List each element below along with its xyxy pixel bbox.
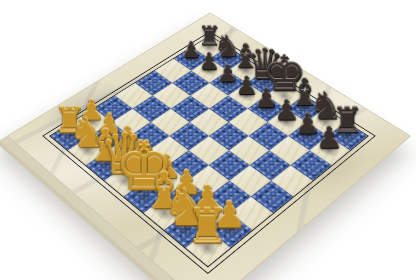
piece-gold-rook[interactable]: ♜ — [186, 203, 229, 250]
square-d5[interactable] — [190, 109, 229, 136]
chess-board: ♜♞♝♛♚♝♞♜♟♟♟♟♟♟♟♟♟♟♟♟♟♟♟♟♜♞♝♛♚♝♞♜ — [7, 12, 411, 280]
square-e5[interactable] — [209, 122, 249, 150]
square-h1[interactable]: ♜ — [186, 230, 231, 266]
piece-black-pawn[interactable]: ♟ — [316, 123, 342, 152]
chess-set-photo: ♜♞♝♛♚♝♞♜♟♟♟♟♟♟♟♟♟♟♟♟♟♟♟♟♜♞♝♛♚♝♞♜ — [0, 0, 416, 280]
square-e6[interactable] — [229, 109, 268, 136]
board-grid: ♜♞♝♛♚♝♞♜♟♟♟♟♟♟♟♟♟♟♟♟♟♟♟♟♜♞♝♛♚♝♞♜ — [49, 35, 369, 267]
